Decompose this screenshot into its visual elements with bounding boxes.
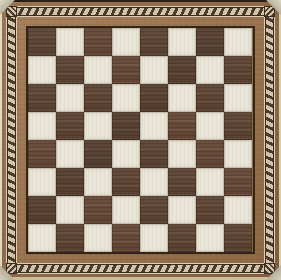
square-c5[interactable] [84, 112, 112, 140]
square-a1[interactable] [28, 224, 56, 252]
square-g6[interactable] [196, 84, 224, 112]
square-d4[interactable] [112, 140, 140, 168]
square-g5[interactable] [196, 112, 224, 140]
square-b1[interactable] [56, 224, 84, 252]
square-a4[interactable] [28, 140, 56, 168]
square-e3[interactable] [140, 168, 168, 196]
square-d8[interactable] [112, 28, 140, 56]
square-g1[interactable] [196, 224, 224, 252]
inlay-band-top [16, 6, 265, 17]
square-e4[interactable] [140, 140, 168, 168]
square-b6[interactable] [56, 84, 84, 112]
square-b4[interactable] [56, 140, 84, 168]
square-h5[interactable] [224, 112, 252, 140]
square-h4[interactable] [224, 140, 252, 168]
chessboard-grid [28, 28, 252, 252]
square-h1[interactable] [224, 224, 252, 252]
square-f1[interactable] [168, 224, 196, 252]
square-c1[interactable] [84, 224, 112, 252]
square-g3[interactable] [196, 168, 224, 196]
inlay-corner-bottom-right [264, 263, 275, 274]
square-b2[interactable] [56, 196, 84, 224]
board-edge-right [279, 2, 281, 277]
square-f8[interactable] [168, 28, 196, 56]
square-e8[interactable] [140, 28, 168, 56]
square-e1[interactable] [140, 224, 168, 252]
square-a2[interactable] [28, 196, 56, 224]
square-a3[interactable] [28, 168, 56, 196]
square-c6[interactable] [84, 84, 112, 112]
square-e5[interactable] [140, 112, 168, 140]
square-f2[interactable] [168, 196, 196, 224]
square-g2[interactable] [196, 196, 224, 224]
square-d7[interactable] [112, 56, 140, 84]
square-a7[interactable] [28, 56, 56, 84]
inlay-band-right [264, 16, 275, 264]
square-c4[interactable] [84, 140, 112, 168]
board-edge-left [0, 2, 2, 277]
square-a8[interactable] [28, 28, 56, 56]
square-d1[interactable] [112, 224, 140, 252]
square-c7[interactable] [84, 56, 112, 84]
square-b3[interactable] [56, 168, 84, 196]
square-h8[interactable] [224, 28, 252, 56]
inlay-corner-top-left [6, 6, 17, 17]
square-f4[interactable] [168, 140, 196, 168]
square-f6[interactable] [168, 84, 196, 112]
square-c3[interactable] [84, 168, 112, 196]
square-d6[interactable] [112, 84, 140, 112]
square-g7[interactable] [196, 56, 224, 84]
square-h6[interactable] [224, 84, 252, 112]
square-b8[interactable] [56, 28, 84, 56]
square-h7[interactable] [224, 56, 252, 84]
square-c2[interactable] [84, 196, 112, 224]
inlay-corner-top-right [264, 6, 275, 17]
square-f7[interactable] [168, 56, 196, 84]
inlay-corner-bottom-left [6, 263, 17, 274]
square-b5[interactable] [56, 112, 84, 140]
inlay-band-left [6, 16, 17, 264]
square-d3[interactable] [112, 168, 140, 196]
square-g8[interactable] [196, 28, 224, 56]
board-edge-top [0, 0, 281, 2]
square-a5[interactable] [28, 112, 56, 140]
square-f3[interactable] [168, 168, 196, 196]
inlay-band-bottom [16, 263, 265, 274]
square-h2[interactable] [224, 196, 252, 224]
square-g4[interactable] [196, 140, 224, 168]
square-c8[interactable] [84, 28, 112, 56]
square-d5[interactable] [112, 112, 140, 140]
square-b7[interactable] [56, 56, 84, 84]
square-a6[interactable] [28, 84, 56, 112]
square-d2[interactable] [112, 196, 140, 224]
square-f5[interactable] [168, 112, 196, 140]
square-h3[interactable] [224, 168, 252, 196]
square-e2[interactable] [140, 196, 168, 224]
chessboard-photo [0, 0, 281, 280]
square-e7[interactable] [140, 56, 168, 84]
square-e6[interactable] [140, 84, 168, 112]
